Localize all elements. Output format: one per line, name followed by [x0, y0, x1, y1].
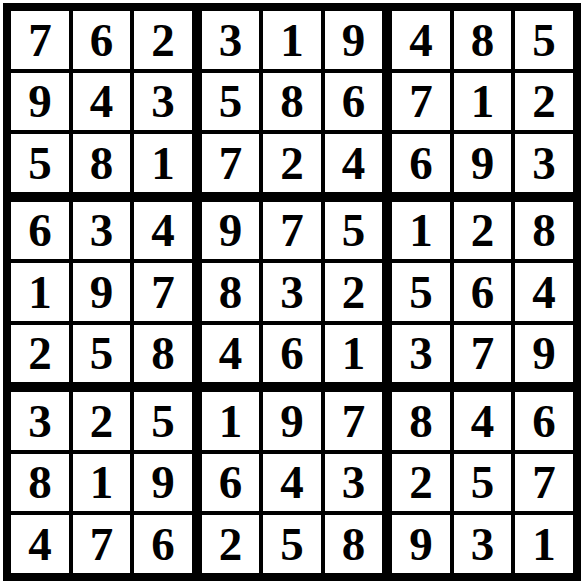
cell-r5c6[interactable]: 2	[325, 263, 383, 321]
cell-r8c4[interactable]: 6	[202, 454, 260, 512]
cell-r5c5[interactable]: 3	[263, 263, 321, 321]
cell-r6c8[interactable]: 7	[454, 325, 512, 383]
cell-r3c7[interactable]: 6	[392, 134, 450, 192]
cell-r5c1[interactable]: 1	[11, 263, 69, 321]
cell-r7c1[interactable]: 3	[11, 392, 69, 450]
cell-r9c5[interactable]: 5	[263, 515, 321, 573]
cell-r3c8[interactable]: 9	[454, 134, 512, 192]
cell-r1c3[interactable]: 2	[134, 11, 192, 69]
cell-r6c3[interactable]: 8	[134, 325, 192, 383]
cell-r4c6[interactable]: 5	[325, 202, 383, 260]
cell-r7c7[interactable]: 8	[392, 392, 450, 450]
cell-r9c6[interactable]: 8	[325, 515, 383, 573]
cell-r4c4[interactable]: 9	[202, 202, 260, 260]
cell-r1c4[interactable]: 3	[202, 11, 260, 69]
cell-r6c1[interactable]: 2	[11, 325, 69, 383]
cell-r5c9[interactable]: 4	[515, 263, 573, 321]
cell-r8c8[interactable]: 5	[454, 454, 512, 512]
cell-r4c1[interactable]: 6	[11, 202, 69, 260]
cell-r7c9[interactable]: 6	[515, 392, 573, 450]
cell-r7c4[interactable]: 1	[202, 392, 260, 450]
cell-r1c2[interactable]: 6	[73, 11, 131, 69]
cell-r7c5[interactable]: 9	[263, 392, 321, 450]
cell-r4c2[interactable]: 3	[73, 202, 131, 260]
cell-r5c7[interactable]: 5	[392, 263, 450, 321]
cell-r4c7[interactable]: 1	[392, 202, 450, 260]
cell-r5c2[interactable]: 9	[73, 263, 131, 321]
sudoku-board: 7623194859435867125817246936349751281978…	[3, 3, 581, 581]
cell-r4c8[interactable]: 2	[454, 202, 512, 260]
cell-r8c1[interactable]: 8	[11, 454, 69, 512]
cell-r1c9[interactable]: 5	[515, 11, 573, 69]
cell-r2c2[interactable]: 4	[73, 73, 131, 131]
cell-r6c9[interactable]: 9	[515, 325, 573, 383]
cell-r3c9[interactable]: 3	[515, 134, 573, 192]
cell-r9c9[interactable]: 1	[515, 515, 573, 573]
cell-r9c4[interactable]: 2	[202, 515, 260, 573]
cell-r1c7[interactable]: 4	[392, 11, 450, 69]
cell-r2c4[interactable]: 5	[202, 73, 260, 131]
cell-r7c2[interactable]: 2	[73, 392, 131, 450]
cell-r7c8[interactable]: 4	[454, 392, 512, 450]
cell-r2c9[interactable]: 2	[515, 73, 573, 131]
cell-r9c2[interactable]: 7	[73, 515, 131, 573]
cell-r1c8[interactable]: 8	[454, 11, 512, 69]
cell-r1c5[interactable]: 1	[263, 11, 321, 69]
cell-r2c1[interactable]: 9	[11, 73, 69, 131]
cell-r8c7[interactable]: 2	[392, 454, 450, 512]
cell-r5c3[interactable]: 7	[134, 263, 192, 321]
cell-r8c2[interactable]: 1	[73, 454, 131, 512]
cell-r3c5[interactable]: 2	[263, 134, 321, 192]
cell-r9c7[interactable]: 9	[392, 515, 450, 573]
cell-r6c2[interactable]: 5	[73, 325, 131, 383]
cell-r5c8[interactable]: 6	[454, 263, 512, 321]
cell-r3c2[interactable]: 8	[73, 134, 131, 192]
cell-r7c6[interactable]: 7	[325, 392, 383, 450]
cell-r8c6[interactable]: 3	[325, 454, 383, 512]
cell-r3c3[interactable]: 1	[134, 134, 192, 192]
cell-r6c4[interactable]: 4	[202, 325, 260, 383]
cell-r9c8[interactable]: 3	[454, 515, 512, 573]
cell-r8c3[interactable]: 9	[134, 454, 192, 512]
cell-r3c4[interactable]: 7	[202, 134, 260, 192]
cell-r7c3[interactable]: 5	[134, 392, 192, 450]
sudoku-page: 7623194859435867125817246936349751281978…	[0, 0, 584, 584]
cell-r5c4[interactable]: 8	[202, 263, 260, 321]
cell-r8c9[interactable]: 7	[515, 454, 573, 512]
cell-r9c1[interactable]: 4	[11, 515, 69, 573]
cell-r4c9[interactable]: 8	[515, 202, 573, 260]
cell-r2c6[interactable]: 6	[325, 73, 383, 131]
cell-r6c7[interactable]: 3	[392, 325, 450, 383]
cell-r4c5[interactable]: 7	[263, 202, 321, 260]
cell-r2c3[interactable]: 3	[134, 73, 192, 131]
cell-r2c8[interactable]: 1	[454, 73, 512, 131]
cell-r1c6[interactable]: 9	[325, 11, 383, 69]
cell-r6c5[interactable]: 6	[263, 325, 321, 383]
cell-r3c6[interactable]: 4	[325, 134, 383, 192]
cell-r8c5[interactable]: 4	[263, 454, 321, 512]
cell-r9c3[interactable]: 6	[134, 515, 192, 573]
cell-r6c6[interactable]: 1	[325, 325, 383, 383]
cell-r3c1[interactable]: 5	[11, 134, 69, 192]
cell-r4c3[interactable]: 4	[134, 202, 192, 260]
cell-r1c1[interactable]: 7	[11, 11, 69, 69]
cell-r2c7[interactable]: 7	[392, 73, 450, 131]
cell-r2c5[interactable]: 8	[263, 73, 321, 131]
